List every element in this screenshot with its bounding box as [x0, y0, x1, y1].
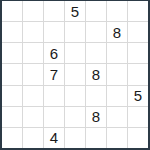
cell-r4c5[interactable]: 8: [86, 64, 106, 84]
cell-r7c5[interactable]: [86, 128, 106, 148]
cell-r5c7[interactable]: 5: [128, 86, 148, 106]
cell-r4c1[interactable]: [2, 64, 22, 84]
sudoku-board: 58678584: [0, 0, 150, 150]
cell-r2c7[interactable]: [128, 22, 148, 42]
cell-r4c2[interactable]: [23, 64, 43, 84]
cell-r5c4[interactable]: [65, 86, 85, 106]
cell-r2c6[interactable]: 8: [107, 22, 127, 42]
cell-r3c6[interactable]: [107, 43, 127, 63]
cell-r6c3[interactable]: [44, 107, 64, 127]
cell-r6c1[interactable]: [2, 107, 22, 127]
cell-r1c5[interactable]: [86, 1, 106, 21]
cell-r5c1[interactable]: [2, 86, 22, 106]
cell-r2c4[interactable]: [65, 22, 85, 42]
cell-r5c5[interactable]: [86, 86, 106, 106]
cell-r7c3[interactable]: 4: [44, 128, 64, 148]
cell-r7c2[interactable]: [23, 128, 43, 148]
cell-r5c6[interactable]: [107, 86, 127, 106]
cell-r4c7[interactable]: [128, 64, 148, 84]
cell-r2c3[interactable]: [44, 22, 64, 42]
cell-r4c6[interactable]: [107, 64, 127, 84]
cell-r7c7[interactable]: [128, 128, 148, 148]
cell-r1c6[interactable]: [107, 1, 127, 21]
cell-r5c3[interactable]: [44, 86, 64, 106]
cell-r7c6[interactable]: [107, 128, 127, 148]
cell-r6c5[interactable]: 8: [86, 107, 106, 127]
cell-r3c5[interactable]: [86, 43, 106, 63]
cell-r6c7[interactable]: [128, 107, 148, 127]
cell-r6c6[interactable]: [107, 107, 127, 127]
cell-r1c7[interactable]: [128, 1, 148, 21]
cell-r4c3[interactable]: 7: [44, 64, 64, 84]
cell-r2c5[interactable]: [86, 22, 106, 42]
cell-r1c1[interactable]: [2, 1, 22, 21]
cell-r3c1[interactable]: [2, 43, 22, 63]
cell-r2c2[interactable]: [23, 22, 43, 42]
cell-r2c1[interactable]: [2, 22, 22, 42]
cell-r1c3[interactable]: [44, 1, 64, 21]
cell-r3c2[interactable]: [23, 43, 43, 63]
cell-r7c1[interactable]: [2, 128, 22, 148]
cell-r6c4[interactable]: [65, 107, 85, 127]
cell-r6c2[interactable]: [23, 107, 43, 127]
cell-r3c7[interactable]: [128, 43, 148, 63]
cell-r5c2[interactable]: [23, 86, 43, 106]
cell-r4c4[interactable]: [65, 64, 85, 84]
cell-r3c4[interactable]: [65, 43, 85, 63]
cell-r3c3[interactable]: 6: [44, 43, 64, 63]
cell-r1c4[interactable]: 5: [65, 1, 85, 21]
cell-r1c2[interactable]: [23, 1, 43, 21]
cell-r7c4[interactable]: [65, 128, 85, 148]
